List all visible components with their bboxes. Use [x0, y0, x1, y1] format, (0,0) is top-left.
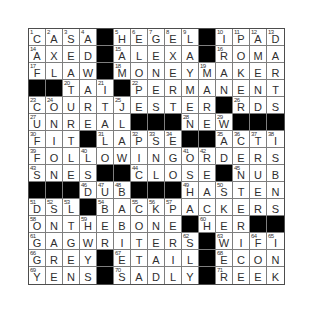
cell-letter: W: [80, 67, 96, 79]
cell-r2c15[interactable]: A: [267, 46, 284, 63]
cell-r11c6[interactable]: A: [114, 199, 131, 216]
cell-r14c6[interactable]: 67E: [114, 250, 131, 267]
cell-letter: A: [29, 50, 45, 62]
cell-r7c8[interactable]: 33S: [148, 131, 165, 148]
cell-r9c8[interactable]: L: [148, 165, 165, 182]
cell-r11c9[interactable]: 57P: [165, 199, 182, 216]
cell-r3c2[interactable]: L: [46, 63, 63, 80]
cell-r1c2[interactable]: 2A: [46, 29, 63, 46]
cell-r1c14[interactable]: 12A: [250, 29, 267, 46]
cell-r5c2[interactable]: 24O: [46, 97, 63, 114]
cell-letter: W: [80, 237, 96, 249]
cell-letter: A: [46, 237, 62, 249]
cell-letter: S: [267, 203, 284, 215]
cell-r7c3[interactable]: T: [63, 131, 80, 148]
cell-r5c4[interactable]: R: [80, 97, 97, 114]
black-cell-r6c15: [267, 114, 284, 131]
cell-r1c8[interactable]: 7G: [148, 29, 165, 46]
cell-r14c13[interactable]: C: [233, 250, 250, 267]
cell-r2c12[interactable]: 16R: [216, 46, 233, 63]
cell-r9c7[interactable]: 44C: [131, 165, 148, 182]
cell-letter: G: [29, 237, 45, 249]
cell-letter: U: [97, 186, 113, 198]
black-cell-r11c4: [80, 199, 97, 216]
cell-letter: O: [165, 169, 181, 181]
cell-letter: B: [97, 203, 113, 215]
cell-letter: W: [216, 118, 232, 130]
cell-r10c10[interactable]: 49H: [182, 182, 199, 199]
cell-r7c5[interactable]: 31L: [97, 131, 114, 148]
cell-r11c3[interactable]: 53L: [63, 199, 80, 216]
cell-r10c13[interactable]: T: [233, 182, 250, 199]
cell-letter: M: [199, 67, 215, 79]
cell-r15c10[interactable]: Y: [182, 267, 199, 284]
cell-r5c10[interactable]: E: [182, 97, 199, 114]
black-cell-r12c10: [182, 216, 199, 233]
cell-letter: T: [63, 135, 79, 147]
cell-letter: I: [165, 254, 181, 266]
cell-letter: E: [199, 118, 215, 130]
black-cell-r10c9: [165, 182, 182, 199]
cell-r4c15[interactable]: T: [267, 80, 284, 97]
cell-r15c4[interactable]: S: [80, 267, 97, 284]
black-cell-r6c7: [131, 114, 148, 131]
cell-r13c12[interactable]: 63W: [216, 233, 233, 250]
cell-r1c9[interactable]: 8E: [165, 29, 182, 46]
cell-r14c15[interactable]: N: [267, 250, 284, 267]
cell-letter: I: [114, 237, 130, 249]
cell-r6c1[interactable]: 27U: [29, 114, 46, 131]
cell-letter: O: [131, 67, 147, 79]
cell-letter: Y: [182, 67, 198, 79]
cell-letter: I: [267, 135, 284, 147]
cell-letter: L: [114, 118, 130, 130]
cell-r1c6[interactable]: 5H: [114, 29, 131, 46]
cell-letter: E: [216, 254, 232, 266]
cell-r4c12[interactable]: N: [216, 80, 233, 97]
cell-letter: Y: [182, 271, 198, 284]
cell-r13c2[interactable]: A: [46, 233, 63, 250]
cell-r13c10[interactable]: 62S: [182, 233, 199, 250]
cell-r7c13[interactable]: 36C: [233, 131, 250, 148]
cell-letter: S: [148, 135, 164, 147]
cell-r4c10[interactable]: M: [182, 80, 199, 97]
cell-r3c12[interactable]: A: [216, 63, 233, 80]
cell-letter: C: [233, 135, 249, 147]
cell-r3c9[interactable]: E: [165, 63, 182, 80]
cell-letter: S: [267, 152, 284, 164]
cell-letter: N: [46, 169, 62, 181]
cell-r15c7[interactable]: A: [131, 267, 148, 284]
cell-r9c9[interactable]: O: [165, 165, 182, 182]
cell-r5c7[interactable]: E: [131, 97, 148, 114]
cell-r1c15[interactable]: 13D: [267, 29, 284, 46]
cell-r14c14[interactable]: O: [250, 250, 267, 267]
cell-r1c3[interactable]: 3S: [63, 29, 80, 46]
cell-letter: A: [199, 84, 215, 96]
cell-r12c6[interactable]: B: [114, 216, 131, 233]
cell-r9c1[interactable]: 43S: [29, 165, 46, 182]
cell-r1c4[interactable]: 4A: [80, 29, 97, 46]
cell-letter: I: [97, 84, 113, 96]
cell-r5c6[interactable]: 25J: [114, 97, 131, 114]
cell-r5c8[interactable]: S: [148, 97, 165, 114]
cell-r1c10[interactable]: 9L: [182, 29, 199, 46]
cell-r8c11[interactable]: 42R: [199, 148, 216, 165]
cell-letter: E: [233, 84, 249, 96]
cell-letter: R: [165, 237, 181, 249]
black-cell-r10c2: [46, 182, 63, 199]
cell-r3c1[interactable]: 17F: [29, 63, 46, 80]
cell-r14c9[interactable]: I: [165, 250, 182, 267]
black-cell-r10c8: [148, 182, 165, 199]
cell-letter: R: [267, 67, 284, 79]
cell-letter: S: [148, 101, 164, 113]
cell-letter: D: [80, 186, 96, 198]
cell-letter: S: [182, 169, 198, 181]
cell-r14c10[interactable]: L: [182, 250, 199, 267]
cell-r3c13[interactable]: K: [233, 63, 250, 80]
black-cell-r6c14: [250, 114, 267, 131]
cell-letter: Y: [29, 271, 45, 284]
cell-letter: L: [63, 152, 79, 164]
cell-r8c6[interactable]: W: [114, 148, 131, 165]
cell-letter: A: [80, 84, 96, 96]
cell-letter: A: [216, 135, 232, 147]
cell-letter: W: [216, 237, 232, 249]
cell-letter: E: [250, 186, 266, 198]
cell-r15c2[interactable]: E: [46, 267, 63, 284]
cell-r9c15[interactable]: B: [267, 165, 284, 182]
cell-r4c8[interactable]: E: [148, 80, 165, 97]
cell-letter: A: [114, 50, 130, 62]
black-cell-r1c5: [97, 29, 114, 46]
cell-letter: B: [267, 169, 284, 181]
cell-r4c5[interactable]: 21I: [97, 80, 114, 97]
cell-r7c9[interactable]: 34E: [165, 131, 182, 148]
cell-r8c10[interactable]: 41O: [182, 148, 199, 165]
cell-r10c11[interactable]: A: [199, 182, 216, 199]
cell-letter: E: [165, 67, 181, 79]
cell-r11c15[interactable]: S: [267, 199, 284, 216]
cell-r14c12[interactable]: 68E: [216, 250, 233, 267]
cell-r14c8[interactable]: A: [148, 250, 165, 267]
cell-letter: W: [114, 152, 130, 164]
cell-r6c6[interactable]: L: [114, 114, 131, 131]
cell-letter: U: [29, 118, 45, 130]
cell-r14c2[interactable]: R: [46, 250, 63, 267]
cell-r4c7[interactable]: 22P: [131, 80, 148, 97]
cell-r11c12[interactable]: K: [216, 199, 233, 216]
cell-r12c13[interactable]: R: [233, 216, 250, 233]
cell-letter: R: [233, 101, 249, 113]
cell-r1c1[interactable]: 1C: [29, 29, 46, 46]
black-cell-r9c5: [97, 165, 114, 182]
cell-r8c4[interactable]: 40L: [80, 148, 97, 165]
cell-r11c13[interactable]: E: [233, 199, 250, 216]
cell-r8c3[interactable]: L: [63, 148, 80, 165]
cell-r14c7[interactable]: T: [131, 250, 148, 267]
cell-r7c2[interactable]: I: [46, 131, 63, 148]
cell-r5c14[interactable]: D: [250, 97, 267, 114]
cell-letter: O: [46, 101, 62, 113]
cell-r2c1[interactable]: 14A: [29, 46, 46, 63]
cell-letter: L: [46, 67, 62, 79]
cell-letter: A: [216, 67, 232, 79]
cell-letter: D: [216, 152, 232, 164]
cell-r11c5[interactable]: 54B: [97, 199, 114, 216]
cell-r10c15[interactable]: N: [267, 182, 284, 199]
cell-r13c8[interactable]: E: [148, 233, 165, 250]
cell-r13c9[interactable]: R: [165, 233, 182, 250]
cell-r10c5[interactable]: 47U: [97, 182, 114, 199]
cell-r11c7[interactable]: 55C: [131, 199, 148, 216]
cell-r2c9[interactable]: X: [165, 46, 182, 63]
cell-r3c4[interactable]: W: [80, 63, 97, 80]
cell-r14c4[interactable]: Y: [80, 250, 97, 267]
cell-letter: O: [182, 152, 198, 164]
cell-r3c7[interactable]: O: [131, 63, 148, 80]
cell-r8c9[interactable]: G: [165, 148, 182, 165]
cell-letter: E: [97, 220, 113, 232]
cell-r2c10[interactable]: A: [182, 46, 199, 63]
black-cell-r4c1: [29, 80, 46, 97]
cell-r8c14[interactable]: R: [250, 148, 267, 165]
cell-r6c3[interactable]: R: [63, 114, 80, 131]
cell-r9c3[interactable]: E: [63, 165, 80, 182]
cell-r8c5[interactable]: O: [97, 148, 114, 165]
crossword-board: 1C2A3S4A5H6E7G8E9L10I11P12A13D14AXED15AL…: [28, 28, 285, 285]
cell-letter: S: [80, 271, 96, 284]
cell-r12c7[interactable]: O: [131, 216, 148, 233]
cell-letter: L: [63, 203, 79, 215]
cell-r2c13[interactable]: O: [233, 46, 250, 63]
cell-letter: N: [46, 118, 62, 130]
cell-letter: M: [114, 67, 130, 79]
cell-r10c6[interactable]: 48B: [114, 182, 131, 199]
cell-r11c2[interactable]: 52S: [46, 199, 63, 216]
cell-letter: S: [46, 203, 62, 215]
cell-r9c11[interactable]: E: [199, 165, 216, 182]
cell-r8c2[interactable]: O: [46, 148, 63, 165]
cell-r3c11[interactable]: 19M: [199, 63, 216, 80]
cell-r11c8[interactable]: 56K: [148, 199, 165, 216]
cell-letter: P: [131, 84, 147, 96]
cell-r12c4[interactable]: 59H: [80, 216, 97, 233]
cell-letter: G: [63, 237, 79, 249]
cell-r11c1[interactable]: 51D: [29, 199, 46, 216]
cell-r4c13[interactable]: E: [233, 80, 250, 97]
cell-r13c7[interactable]: T: [131, 233, 148, 250]
cell-letter: K: [216, 203, 232, 215]
cell-letter: E: [199, 169, 215, 181]
cell-r8c15[interactable]: S: [267, 148, 284, 165]
cell-r8c13[interactable]: E: [233, 148, 250, 165]
cell-r7c12[interactable]: 35A: [216, 131, 233, 148]
cell-r9c13[interactable]: 45N: [233, 165, 250, 182]
cell-letter: K: [148, 203, 164, 215]
cell-r9c14[interactable]: U: [250, 165, 267, 182]
cell-letter: A: [182, 50, 198, 62]
cell-r10c4[interactable]: 46D: [80, 182, 97, 199]
cell-r14c3[interactable]: E: [63, 250, 80, 267]
cell-r12c11[interactable]: 60H: [199, 216, 216, 233]
cell-letter: B: [114, 220, 130, 232]
cell-letter: T: [131, 237, 147, 249]
cell-r5c1[interactable]: 23C: [29, 97, 46, 114]
cell-r4c3[interactable]: 20T: [63, 80, 80, 97]
cell-letter: S: [216, 186, 232, 198]
cell-r6c10[interactable]: 28N: [182, 114, 199, 131]
cell-r13c13[interactable]: I: [233, 233, 250, 250]
cell-r5c11[interactable]: R: [199, 97, 216, 114]
cell-r12c1[interactable]: 58O: [29, 216, 46, 233]
cell-r1c13[interactable]: 11P: [233, 29, 250, 46]
cell-r8c12[interactable]: D: [216, 148, 233, 165]
cell-letter: E: [114, 254, 130, 266]
cell-r13c3[interactable]: G: [63, 233, 80, 250]
cell-r7c1[interactable]: 30F: [29, 131, 46, 148]
cell-r6c4[interactable]: E: [80, 114, 97, 131]
cell-r7c14[interactable]: 37T: [250, 131, 267, 148]
cell-letter: C: [233, 254, 249, 266]
cell-r8c8[interactable]: N: [148, 148, 165, 165]
cell-r12c5[interactable]: E: [97, 216, 114, 233]
cell-r3c15[interactable]: R: [267, 63, 284, 80]
cell-r7c15[interactable]: 38I: [267, 131, 284, 148]
cell-letter: N: [148, 152, 164, 164]
cell-r15c14[interactable]: E: [250, 267, 267, 284]
cell-r12c3[interactable]: T: [63, 216, 80, 233]
cell-r4c11[interactable]: A: [199, 80, 216, 97]
cell-r2c4[interactable]: D: [80, 46, 97, 63]
cell-letter: R: [216, 271, 232, 284]
cell-letter: S: [80, 169, 96, 181]
cell-r15c3[interactable]: N: [63, 267, 80, 284]
cell-r12c8[interactable]: N: [148, 216, 165, 233]
cell-r4c14[interactable]: N: [250, 80, 267, 97]
cell-r5c3[interactable]: U: [63, 97, 80, 114]
cell-r12c2[interactable]: N: [46, 216, 63, 233]
cell-r6c11[interactable]: E: [199, 114, 216, 131]
cell-letter: N: [148, 67, 164, 79]
cell-r11c14[interactable]: R: [250, 199, 267, 216]
cell-letter: S: [63, 33, 79, 45]
cell-letter: E: [165, 220, 181, 232]
cell-r12c12[interactable]: E: [216, 216, 233, 233]
cell-letter: E: [148, 84, 164, 96]
cell-r5c9[interactable]: T: [165, 97, 182, 114]
cell-r6c2[interactable]: N: [46, 114, 63, 131]
cell-r5c13[interactable]: 26R: [233, 97, 250, 114]
cell-r9c10[interactable]: S: [182, 165, 199, 182]
cell-r1c7[interactable]: 6E: [131, 29, 148, 46]
cell-r3c3[interactable]: A: [63, 63, 80, 80]
cell-letter: A: [182, 203, 198, 215]
black-cell-r15c5: [97, 267, 114, 284]
cell-r11c11[interactable]: C: [199, 199, 216, 216]
cell-r14c1[interactable]: 66G: [29, 250, 46, 267]
cell-letter: L: [182, 33, 198, 45]
cell-letter: L: [131, 50, 147, 62]
cell-r6c12[interactable]: 29W: [216, 114, 233, 131]
cell-letter: R: [80, 101, 96, 113]
cell-r15c15[interactable]: K: [267, 267, 284, 284]
cell-r15c6[interactable]: 70S: [114, 267, 131, 284]
cell-letter: E: [63, 254, 79, 266]
cell-r13c15[interactable]: 65I: [267, 233, 284, 250]
black-cell-r15c11: [199, 267, 216, 284]
cell-letter: N: [216, 84, 232, 96]
cell-r13c4[interactable]: W: [80, 233, 97, 250]
cell-r15c13[interactable]: E: [233, 267, 250, 284]
cell-letter: M: [250, 50, 266, 62]
cell-letter: E: [233, 152, 249, 164]
cell-r15c9[interactable]: L: [165, 267, 182, 284]
cell-r13c6[interactable]: I: [114, 233, 131, 250]
cell-r11c10[interactable]: A: [182, 199, 199, 216]
cell-letter: L: [165, 271, 181, 284]
cell-r13c14[interactable]: 64F: [250, 233, 267, 250]
cell-letter: T: [131, 254, 147, 266]
cell-r7c6[interactable]: A: [114, 131, 131, 148]
cell-r3c10[interactable]: Y: [182, 63, 199, 80]
cell-r4c4[interactable]: A: [80, 80, 97, 97]
cell-letter: C: [199, 203, 215, 215]
cell-r5c15[interactable]: S: [267, 97, 284, 114]
cell-r3c6[interactable]: 18M: [114, 63, 131, 80]
cell-r9c4[interactable]: S: [80, 165, 97, 182]
cell-r2c2[interactable]: X: [46, 46, 63, 63]
cell-r2c3[interactable]: E: [63, 46, 80, 63]
cell-letter: N: [267, 186, 284, 198]
cell-r3c14[interactable]: E: [250, 63, 267, 80]
cell-r8c1[interactable]: 39F: [29, 148, 46, 165]
cell-r15c1[interactable]: 69Y: [29, 267, 46, 284]
cell-r6c5[interactable]: A: [97, 114, 114, 131]
cell-r2c6[interactable]: 15A: [114, 46, 131, 63]
cell-r3c8[interactable]: N: [148, 63, 165, 80]
cell-letter: R: [199, 101, 215, 113]
cell-r4c9[interactable]: R: [165, 80, 182, 97]
cell-letter: B: [114, 186, 130, 198]
black-cell-r10c1: [29, 182, 46, 199]
cell-r10c12[interactable]: 50S: [216, 182, 233, 199]
cell-r2c14[interactable]: M: [250, 46, 267, 63]
cell-r10c14[interactable]: E: [250, 182, 267, 199]
cell-r13c5[interactable]: R: [97, 233, 114, 250]
cell-letter: A: [63, 67, 79, 79]
cell-r5c5[interactable]: T: [97, 97, 114, 114]
cell-r13c1[interactable]: 61G: [29, 233, 46, 250]
cell-letter: E: [46, 271, 62, 284]
cell-letter: M: [182, 84, 198, 96]
cell-r2c7[interactable]: L: [131, 46, 148, 63]
cell-letter: R: [46, 254, 62, 266]
cell-r8c7[interactable]: I: [131, 148, 148, 165]
cell-r15c12[interactable]: 71R: [216, 267, 233, 284]
cell-r2c8[interactable]: E: [148, 46, 165, 63]
cell-r7c7[interactable]: 32P: [131, 131, 148, 148]
cell-letter: K: [267, 271, 284, 284]
cell-r15c8[interactable]: D: [148, 267, 165, 284]
cell-letter: P: [131, 135, 147, 147]
cell-letter: E: [131, 101, 147, 113]
cell-r9c2[interactable]: N: [46, 165, 63, 182]
cell-r1c12[interactable]: 10I: [216, 29, 233, 46]
cell-r12c9[interactable]: E: [165, 216, 182, 233]
cell-letter: S: [29, 169, 45, 181]
